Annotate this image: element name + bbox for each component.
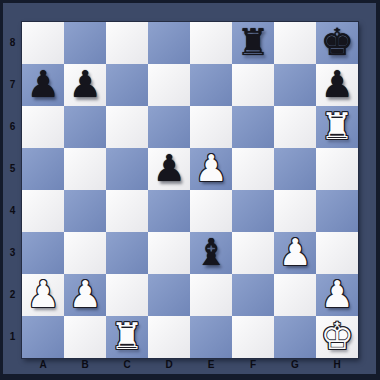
square-g4[interactable] (274, 190, 316, 232)
square-e4[interactable] (190, 190, 232, 232)
piece-black-pawn-d5[interactable]: ♟ (152, 150, 185, 187)
piece-black-pawn-b7[interactable]: ♟ (68, 66, 101, 103)
square-c2[interactable] (106, 274, 148, 316)
square-d2[interactable] (148, 274, 190, 316)
file-label-h: H (316, 358, 358, 374)
square-b7[interactable]: ♟ (64, 64, 106, 106)
piece-white-pawn-h2[interactable]: ♟ (320, 276, 353, 313)
square-d6[interactable] (148, 106, 190, 148)
square-a6[interactable] (22, 106, 64, 148)
square-h6[interactable]: ♜ (316, 106, 358, 148)
file-labels: ABCDEFGH (22, 358, 358, 374)
square-h7[interactable]: ♟ (316, 64, 358, 106)
square-f2[interactable] (232, 274, 274, 316)
square-a8[interactable] (22, 22, 64, 64)
piece-white-pawn-e5[interactable]: ♟ (194, 150, 227, 187)
square-h1[interactable]: ♚ (316, 316, 358, 358)
square-f6[interactable] (232, 106, 274, 148)
rank-labels: 87654321 (3, 22, 22, 358)
square-a5[interactable] (22, 148, 64, 190)
piece-white-pawn-a2[interactable]: ♟ (26, 276, 59, 313)
square-e2[interactable] (190, 274, 232, 316)
file-label-b: B (64, 358, 106, 374)
piece-black-pawn-h7[interactable]: ♟ (320, 66, 353, 103)
square-f8[interactable]: ♜ (232, 22, 274, 64)
square-f3[interactable] (232, 232, 274, 274)
rank-label-3: 3 (3, 232, 22, 274)
square-g1[interactable] (274, 316, 316, 358)
square-f5[interactable] (232, 148, 274, 190)
piece-white-pawn-g3[interactable]: ♟ (278, 234, 311, 271)
square-d4[interactable] (148, 190, 190, 232)
file-label-c: C (106, 358, 148, 374)
square-c5[interactable] (106, 148, 148, 190)
rank-label-5: 5 (3, 148, 22, 190)
file-label-e: E (190, 358, 232, 374)
file-label-f: F (232, 358, 274, 374)
square-e3[interactable]: ♝ (190, 232, 232, 274)
square-h5[interactable] (316, 148, 358, 190)
square-a2[interactable]: ♟ (22, 274, 64, 316)
square-c1[interactable]: ♜ (106, 316, 148, 358)
square-b5[interactable] (64, 148, 106, 190)
square-h8[interactable]: ♚ (316, 22, 358, 64)
rank-label-8: 8 (3, 22, 22, 64)
square-a1[interactable] (22, 316, 64, 358)
square-b4[interactable] (64, 190, 106, 232)
square-a7[interactable]: ♟ (22, 64, 64, 106)
square-d8[interactable] (148, 22, 190, 64)
square-g8[interactable] (274, 22, 316, 64)
piece-white-rook-h6[interactable]: ♜ (320, 108, 353, 145)
square-g3[interactable]: ♟ (274, 232, 316, 274)
square-f7[interactable] (232, 64, 274, 106)
file-label-g: G (274, 358, 316, 374)
square-a4[interactable] (22, 190, 64, 232)
file-label-a: A (22, 358, 64, 374)
square-c8[interactable] (106, 22, 148, 64)
square-b3[interactable] (64, 232, 106, 274)
square-g6[interactable] (274, 106, 316, 148)
square-c4[interactable] (106, 190, 148, 232)
square-e8[interactable] (190, 22, 232, 64)
piece-white-pawn-b2[interactable]: ♟ (68, 276, 101, 313)
square-d5[interactable]: ♟ (148, 148, 190, 190)
square-b2[interactable]: ♟ (64, 274, 106, 316)
square-e6[interactable] (190, 106, 232, 148)
file-label-d: D (148, 358, 190, 374)
rank-label-7: 7 (3, 64, 22, 106)
square-b6[interactable] (64, 106, 106, 148)
piece-black-bishop-e3[interactable]: ♝ (194, 234, 227, 271)
square-g5[interactable] (274, 148, 316, 190)
square-h2[interactable]: ♟ (316, 274, 358, 316)
square-b8[interactable] (64, 22, 106, 64)
square-g7[interactable] (274, 64, 316, 106)
rank-label-6: 6 (3, 106, 22, 148)
square-d7[interactable] (148, 64, 190, 106)
square-c7[interactable] (106, 64, 148, 106)
rank-label-1: 1 (3, 316, 22, 358)
square-f1[interactable] (232, 316, 274, 358)
piece-white-king-h1[interactable]: ♚ (320, 318, 353, 355)
rank-label-4: 4 (3, 190, 22, 232)
square-e5[interactable]: ♟ (190, 148, 232, 190)
square-h4[interactable] (316, 190, 358, 232)
piece-black-king-h8[interactable]: ♚ (320, 24, 353, 61)
square-d3[interactable] (148, 232, 190, 274)
square-e1[interactable] (190, 316, 232, 358)
chess-diagram: 87654321 ABCDEFGH ♜♚♟♟♟♜♟♟♝♟♟♟♟♜♚ (0, 0, 380, 380)
rank-label-2: 2 (3, 274, 22, 316)
piece-black-pawn-a7[interactable]: ♟ (26, 66, 59, 103)
square-d1[interactable] (148, 316, 190, 358)
square-h3[interactable] (316, 232, 358, 274)
square-c3[interactable] (106, 232, 148, 274)
square-e7[interactable] (190, 64, 232, 106)
square-g2[interactable] (274, 274, 316, 316)
chess-board: ♜♚♟♟♟♜♟♟♝♟♟♟♟♜♚ (22, 22, 358, 358)
square-b1[interactable] (64, 316, 106, 358)
square-a3[interactable] (22, 232, 64, 274)
piece-white-rook-c1[interactable]: ♜ (110, 318, 143, 355)
piece-black-rook-f8[interactable]: ♜ (236, 24, 269, 61)
square-c6[interactable] (106, 106, 148, 148)
square-f4[interactable] (232, 190, 274, 232)
